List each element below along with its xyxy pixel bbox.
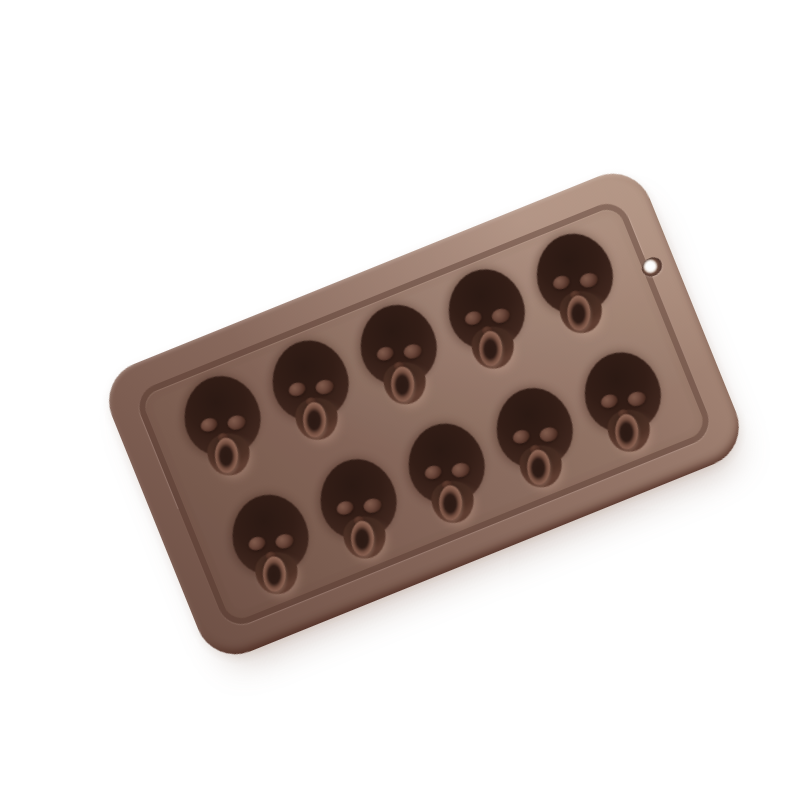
skull-cavity [353, 299, 445, 411]
skull-mouth [567, 295, 591, 330]
photo-background [0, 0, 800, 800]
skull-mouth [479, 331, 503, 366]
skull-cavity [489, 382, 581, 494]
skull-cavity [578, 347, 670, 459]
skull-mouth [262, 556, 286, 591]
skull-cavity [401, 418, 493, 530]
skull-mouth [214, 438, 238, 473]
skull-mouth [350, 521, 374, 556]
skull-cavity [265, 335, 357, 447]
skull-cavity [313, 453, 405, 565]
skull-mouth [615, 414, 639, 449]
cavity-grid [155, 207, 691, 622]
skull-mouth [302, 402, 326, 437]
skull-cavity [442, 263, 534, 375]
skull-mouth [438, 485, 462, 520]
skull-cavity [177, 370, 269, 482]
skull-cavity [530, 228, 622, 340]
skull-cavity [225, 489, 317, 601]
skull-mouth [526, 450, 550, 485]
chocolate-mold [97, 162, 751, 667]
skull-mouth [390, 367, 414, 402]
